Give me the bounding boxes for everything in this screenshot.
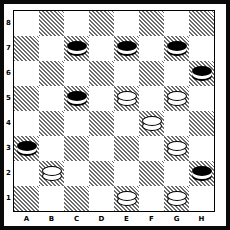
square-g7[interactable] [164, 36, 189, 61]
square-e5[interactable] [114, 86, 139, 111]
square-d3[interactable] [89, 136, 114, 161]
black-man-h2[interactable] [192, 166, 212, 181]
checkers-diagram: 87654321 ABCDEFGH [0, 0, 230, 230]
file-label-b: B [39, 214, 64, 224]
square-g1[interactable] [164, 186, 189, 211]
file-label-h: H [189, 214, 214, 224]
square-d2[interactable] [89, 161, 114, 186]
square-h7[interactable] [189, 36, 214, 61]
piece-cap [167, 41, 187, 51]
file-label-c: C [64, 214, 89, 224]
square-b6[interactable] [39, 61, 64, 86]
square-b2[interactable] [39, 161, 64, 186]
rank-label-3: 3 [4, 136, 13, 161]
square-h6[interactable] [189, 61, 214, 86]
square-f1[interactable] [139, 186, 164, 211]
black-man-g7[interactable] [167, 41, 187, 56]
black-man-c7[interactable] [67, 41, 87, 56]
square-c1[interactable] [64, 186, 89, 211]
white-man-b2[interactable] [42, 166, 62, 181]
piece-cap [192, 166, 212, 176]
piece-cap [192, 66, 212, 76]
square-c2[interactable] [64, 161, 89, 186]
square-e2[interactable] [114, 161, 139, 186]
square-g5[interactable] [164, 86, 189, 111]
square-e3[interactable] [114, 136, 139, 161]
rank-label-1: 1 [4, 186, 13, 211]
piece-cap [117, 41, 137, 51]
square-a6[interactable] [14, 61, 39, 86]
file-label-d: D [89, 214, 114, 224]
square-h8[interactable] [189, 11, 214, 36]
rank-label-6: 6 [4, 61, 13, 86]
square-c3[interactable] [64, 136, 89, 161]
square-g2[interactable] [164, 161, 189, 186]
square-c8[interactable] [64, 11, 89, 36]
piece-cap [42, 166, 62, 176]
white-man-g3[interactable] [167, 141, 187, 156]
square-f2[interactable] [139, 161, 164, 186]
piece-cap [67, 41, 87, 51]
white-man-e1[interactable] [117, 191, 137, 206]
square-a7[interactable] [14, 36, 39, 61]
square-b7[interactable] [39, 36, 64, 61]
square-h1[interactable] [189, 186, 214, 211]
square-e1[interactable] [114, 186, 139, 211]
board [13, 10, 215, 212]
rank-label-4: 4 [4, 111, 13, 136]
black-man-c5[interactable] [67, 91, 87, 106]
square-f5[interactable] [139, 86, 164, 111]
square-d7[interactable] [89, 36, 114, 61]
square-h5[interactable] [189, 86, 214, 111]
rank-label-5: 5 [4, 86, 13, 111]
rank-label-7: 7 [4, 36, 13, 61]
square-g4[interactable] [164, 111, 189, 136]
square-f7[interactable] [139, 36, 164, 61]
square-h3[interactable] [189, 136, 214, 161]
square-g6[interactable] [164, 61, 189, 86]
square-c7[interactable] [64, 36, 89, 61]
square-f8[interactable] [139, 11, 164, 36]
piece-cap [117, 191, 137, 201]
piece-cap [67, 91, 87, 101]
file-label-e: E [114, 214, 139, 224]
square-h4[interactable] [189, 111, 214, 136]
black-man-e7[interactable] [117, 41, 137, 56]
piece-cap [142, 116, 162, 126]
file-label-f: F [139, 214, 164, 224]
white-man-f4[interactable] [142, 116, 162, 131]
square-f4[interactable] [139, 111, 164, 136]
rank-label-2: 2 [4, 161, 13, 186]
piece-cap [167, 191, 187, 201]
square-c6[interactable] [64, 61, 89, 86]
rank-label-8: 8 [4, 11, 13, 36]
rank-labels: 87654321 [4, 11, 13, 211]
piece-cap [167, 141, 187, 151]
square-f3[interactable] [139, 136, 164, 161]
square-g3[interactable] [164, 136, 189, 161]
square-e7[interactable] [114, 36, 139, 61]
square-g8[interactable] [164, 11, 189, 36]
piece-cap [17, 141, 37, 151]
square-b1[interactable] [39, 186, 64, 211]
piece-cap [117, 91, 137, 101]
square-d5[interactable] [89, 86, 114, 111]
file-label-g: G [164, 214, 189, 224]
square-a1[interactable] [14, 186, 39, 211]
square-b3[interactable] [39, 136, 64, 161]
file-label-a: A [14, 214, 39, 224]
square-a4[interactable] [14, 111, 39, 136]
square-h2[interactable] [189, 161, 214, 186]
black-man-h6[interactable] [192, 66, 212, 81]
white-man-e5[interactable] [117, 91, 137, 106]
square-f6[interactable] [139, 61, 164, 86]
square-d8[interactable] [89, 11, 114, 36]
piece-cap [167, 91, 187, 101]
square-c4[interactable] [64, 111, 89, 136]
square-a8[interactable] [14, 11, 39, 36]
square-d1[interactable] [89, 186, 114, 211]
square-e8[interactable] [114, 11, 139, 36]
square-d6[interactable] [89, 61, 114, 86]
black-man-a3[interactable] [17, 141, 37, 156]
square-b5[interactable] [39, 86, 64, 111]
square-b8[interactable] [39, 11, 64, 36]
square-e4[interactable] [114, 111, 139, 136]
square-d4[interactable] [89, 111, 114, 136]
file-labels: ABCDEFGH [14, 214, 214, 224]
square-c5[interactable] [64, 86, 89, 111]
white-man-g5[interactable] [167, 91, 187, 106]
white-man-g1[interactable] [167, 191, 187, 206]
square-a2[interactable] [14, 161, 39, 186]
square-b4[interactable] [39, 111, 64, 136]
square-a3[interactable] [14, 136, 39, 161]
square-e6[interactable] [114, 61, 139, 86]
square-a5[interactable] [14, 86, 39, 111]
